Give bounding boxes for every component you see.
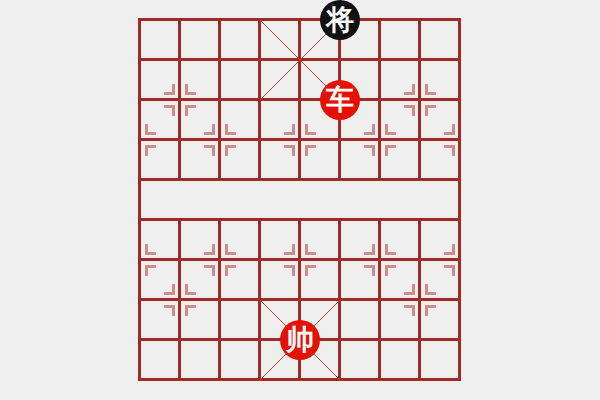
point-marker-corner xyxy=(145,124,156,135)
point-marker-corner xyxy=(364,145,375,156)
point-marker xyxy=(164,84,196,116)
point-marker-corner xyxy=(385,145,396,156)
point-marker-corner xyxy=(185,305,196,316)
point-marker-corner xyxy=(185,84,196,95)
point-marker xyxy=(404,284,436,316)
piece-black-general[interactable]: 将 xyxy=(320,0,360,40)
point-marker xyxy=(124,124,156,156)
point-marker xyxy=(284,244,316,276)
point-marker-corner xyxy=(305,244,316,255)
point-marker-corner xyxy=(204,244,215,255)
point-marker-corner xyxy=(185,105,196,116)
point-marker-corner xyxy=(305,265,316,276)
point-marker-corner xyxy=(145,265,156,276)
point-marker-corner xyxy=(145,145,156,156)
point-marker-corner xyxy=(284,124,295,135)
point-marker-corner xyxy=(305,145,316,156)
point-marker-corner xyxy=(204,124,215,135)
point-marker xyxy=(444,124,476,156)
point-marker-corner xyxy=(225,124,236,135)
point-marker-corner xyxy=(164,305,175,316)
point-marker-corner xyxy=(164,84,175,95)
point-marker-corner xyxy=(164,284,175,295)
point-marker-corner xyxy=(364,244,375,255)
point-marker-corner xyxy=(305,124,316,135)
point-marker xyxy=(364,124,396,156)
point-marker-corner xyxy=(284,244,295,255)
point-marker-corner xyxy=(145,244,156,255)
point-marker-corner xyxy=(404,105,415,116)
point-marker-corner xyxy=(284,145,295,156)
point-marker-corner xyxy=(204,265,215,276)
point-marker-corner xyxy=(364,265,375,276)
point-marker xyxy=(204,244,236,276)
point-marker-corner xyxy=(425,305,436,316)
point-marker-corner xyxy=(164,105,175,116)
point-marker xyxy=(284,124,316,156)
point-marker-corner xyxy=(385,124,396,135)
point-marker-corner xyxy=(364,124,375,135)
point-marker-corner xyxy=(385,244,396,255)
point-marker xyxy=(444,244,476,276)
point-marker-corner xyxy=(444,265,455,276)
point-marker-corner xyxy=(225,265,236,276)
point-marker xyxy=(204,124,236,156)
point-marker-corner xyxy=(444,124,455,135)
point-marker-corner xyxy=(284,265,295,276)
point-marker-corner xyxy=(404,84,415,95)
point-marker-corner xyxy=(444,244,455,255)
point-marker-corner xyxy=(385,265,396,276)
point-marker-corner xyxy=(425,284,436,295)
xiangqi-board: 将车帅 xyxy=(0,0,600,400)
point-marker xyxy=(404,84,436,116)
point-marker-corner xyxy=(425,84,436,95)
point-marker xyxy=(364,244,396,276)
point-marker-corner xyxy=(225,244,236,255)
point-marker-corner xyxy=(444,145,455,156)
point-marker-corner xyxy=(404,284,415,295)
point-marker-corner xyxy=(185,284,196,295)
point-marker-corner xyxy=(225,145,236,156)
point-marker-corner xyxy=(404,305,415,316)
piece-red-chariot[interactable]: 车 xyxy=(320,80,360,120)
point-marker xyxy=(164,284,196,316)
piece-red-general[interactable]: 帅 xyxy=(280,320,320,360)
point-marker-corner xyxy=(425,105,436,116)
point-marker-corner xyxy=(204,145,215,156)
point-marker xyxy=(124,244,156,276)
